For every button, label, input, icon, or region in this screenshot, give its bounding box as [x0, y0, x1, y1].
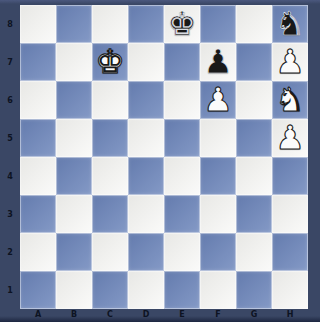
square-c6[interactable]: [92, 81, 128, 119]
square-d3[interactable]: [128, 195, 164, 233]
black-king[interactable]: ♚: [167, 7, 197, 40]
square-g4[interactable]: [236, 157, 272, 195]
square-g1[interactable]: [236, 271, 272, 309]
square-e5[interactable]: [164, 119, 200, 157]
square-h7[interactable]: ♟: [272, 43, 308, 81]
file-label-c: C: [92, 309, 128, 320]
black-knight[interactable]: ♞: [275, 7, 305, 40]
square-b1[interactable]: [56, 271, 92, 309]
square-d1[interactable]: [128, 271, 164, 309]
square-a1[interactable]: [20, 271, 56, 309]
file-label-f: F: [200, 309, 236, 320]
square-h1[interactable]: [272, 271, 308, 309]
square-a8[interactable]: [20, 5, 56, 43]
square-c8[interactable]: [92, 5, 128, 43]
square-g3[interactable]: [236, 195, 272, 233]
white-pawn[interactable]: ♟: [203, 83, 233, 116]
white-knight[interactable]: ♞: [275, 83, 305, 116]
black-pawn[interactable]: ♟: [203, 45, 233, 78]
square-g2[interactable]: [236, 233, 272, 271]
file-labels: ABCDEFGH: [20, 309, 308, 320]
square-a2[interactable]: [20, 233, 56, 271]
file-label-e: E: [164, 309, 200, 320]
square-c2[interactable]: [92, 233, 128, 271]
square-c3[interactable]: [92, 195, 128, 233]
square-h8[interactable]: ♞: [272, 5, 308, 43]
square-f6[interactable]: ♟: [200, 81, 236, 119]
file-label-d: D: [128, 309, 164, 320]
square-e4[interactable]: [164, 157, 200, 195]
square-b6[interactable]: [56, 81, 92, 119]
square-f7[interactable]: ♟: [200, 43, 236, 81]
rank-labels: 87654321: [0, 5, 20, 309]
rank-label-6: 6: [0, 81, 20, 119]
file-label-g: G: [236, 309, 272, 320]
white-king[interactable]: ♚: [95, 45, 125, 78]
square-e7[interactable]: [164, 43, 200, 81]
square-c1[interactable]: [92, 271, 128, 309]
rank-label-4: 4: [0, 157, 20, 195]
square-e8[interactable]: ♚: [164, 5, 200, 43]
square-f2[interactable]: [200, 233, 236, 271]
square-h2[interactable]: [272, 233, 308, 271]
square-a6[interactable]: [20, 81, 56, 119]
rank-label-2: 2: [0, 233, 20, 271]
white-pawn[interactable]: ♟: [275, 121, 305, 154]
file-label-b: B: [56, 309, 92, 320]
square-h4[interactable]: [272, 157, 308, 195]
square-a4[interactable]: [20, 157, 56, 195]
square-c4[interactable]: [92, 157, 128, 195]
square-g7[interactable]: [236, 43, 272, 81]
square-e3[interactable]: [164, 195, 200, 233]
square-b4[interactable]: [56, 157, 92, 195]
square-b7[interactable]: [56, 43, 92, 81]
square-b5[interactable]: [56, 119, 92, 157]
square-d4[interactable]: [128, 157, 164, 195]
square-f1[interactable]: [200, 271, 236, 309]
chess-board[interactable]: ♚♞♚♟♟♟♞♟: [20, 5, 308, 309]
rank-label-8: 8: [0, 5, 20, 43]
square-a5[interactable]: [20, 119, 56, 157]
square-h3[interactable]: [272, 195, 308, 233]
square-g8[interactable]: [236, 5, 272, 43]
square-f8[interactable]: [200, 5, 236, 43]
file-label-h: H: [272, 309, 308, 320]
square-a7[interactable]: [20, 43, 56, 81]
square-a3[interactable]: [20, 195, 56, 233]
square-d5[interactable]: [128, 119, 164, 157]
square-f5[interactable]: [200, 119, 236, 157]
square-g5[interactable]: [236, 119, 272, 157]
square-e1[interactable]: [164, 271, 200, 309]
square-b8[interactable]: [56, 5, 92, 43]
square-b2[interactable]: [56, 233, 92, 271]
rank-label-3: 3: [0, 195, 20, 233]
square-d2[interactable]: [128, 233, 164, 271]
square-h5[interactable]: ♟: [272, 119, 308, 157]
square-d6[interactable]: [128, 81, 164, 119]
square-e2[interactable]: [164, 233, 200, 271]
square-c5[interactable]: [92, 119, 128, 157]
square-g6[interactable]: [236, 81, 272, 119]
square-d7[interactable]: [128, 43, 164, 81]
square-f3[interactable]: [200, 195, 236, 233]
file-label-a: A: [20, 309, 56, 320]
rank-label-5: 5: [0, 119, 20, 157]
board-frame: 87654321 ♚♞♚♟♟♟♞♟ ABCDEFGH: [0, 0, 320, 322]
square-f4[interactable]: [200, 157, 236, 195]
square-e6[interactable]: [164, 81, 200, 119]
white-pawn[interactable]: ♟: [275, 45, 305, 78]
square-d8[interactable]: [128, 5, 164, 43]
rank-label-1: 1: [0, 271, 20, 309]
square-b3[interactable]: [56, 195, 92, 233]
square-c7[interactable]: ♚: [92, 43, 128, 81]
rank-label-7: 7: [0, 43, 20, 81]
square-h6[interactable]: ♞: [272, 81, 308, 119]
